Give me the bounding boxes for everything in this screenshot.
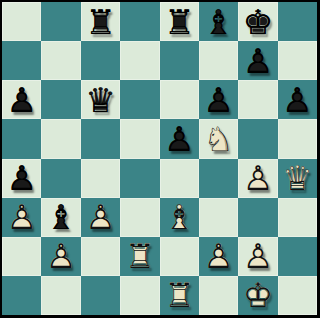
white-pawn-f2: ♟♙ <box>199 237 238 276</box>
white-pawn-c3: ♟♙ <box>81 198 120 237</box>
square-f7[interactable] <box>199 41 238 80</box>
square-b4[interactable] <box>41 159 80 198</box>
square-d3[interactable] <box>120 198 159 237</box>
white-pawn-b2: ♟♙ <box>41 237 80 276</box>
square-b1[interactable] <box>41 276 80 315</box>
black-queen-c6: ♛♕ <box>81 80 120 119</box>
square-g5[interactable] <box>238 119 277 158</box>
square-d2[interactable]: ♜♖ <box>120 237 159 276</box>
square-f2[interactable]: ♟♙ <box>199 237 238 276</box>
square-f6[interactable]: ♟♙ <box>199 80 238 119</box>
square-e3[interactable]: ♝♗ <box>160 198 199 237</box>
square-c6[interactable]: ♛♕ <box>81 80 120 119</box>
square-f8[interactable]: ♝♗ <box>199 2 238 41</box>
square-c2[interactable] <box>81 237 120 276</box>
square-f4[interactable] <box>199 159 238 198</box>
white-pawn-a3: ♟♙ <box>2 198 41 237</box>
square-d6[interactable] <box>120 80 159 119</box>
black-bishop-f8: ♝♗ <box>199 2 238 41</box>
square-a6[interactable]: ♟♙ <box>2 80 41 119</box>
square-d4[interactable] <box>120 159 159 198</box>
white-pawn-g4: ♟♙ <box>238 159 277 198</box>
square-e6[interactable] <box>160 80 199 119</box>
square-h8[interactable] <box>278 2 317 41</box>
square-h3[interactable] <box>278 198 317 237</box>
square-c5[interactable] <box>81 119 120 158</box>
square-g2[interactable]: ♟♙ <box>238 237 277 276</box>
square-g1[interactable]: ♚♔ <box>238 276 277 315</box>
square-a8[interactable] <box>2 2 41 41</box>
square-h6[interactable]: ♟♙ <box>278 80 317 119</box>
square-e1[interactable]: ♜♖ <box>160 276 199 315</box>
square-d7[interactable] <box>120 41 159 80</box>
black-pawn-a4: ♟♙ <box>2 159 41 198</box>
black-bishop-b3: ♝♗ <box>41 198 80 237</box>
square-e5[interactable]: ♟♙ <box>160 119 199 158</box>
white-rook-e1: ♜♖ <box>160 276 199 315</box>
square-a2[interactable] <box>2 237 41 276</box>
square-e8[interactable]: ♜♖ <box>160 2 199 41</box>
square-g6[interactable] <box>238 80 277 119</box>
black-rook-c8: ♜♖ <box>81 2 120 41</box>
square-b3[interactable]: ♝♗ <box>41 198 80 237</box>
white-rook-d2: ♜♖ <box>120 237 159 276</box>
square-f1[interactable] <box>199 276 238 315</box>
black-king-g8: ♚♔ <box>238 2 277 41</box>
square-h7[interactable] <box>278 41 317 80</box>
white-bishop-e3: ♝♗ <box>160 198 199 237</box>
black-pawn-f6: ♟♙ <box>199 80 238 119</box>
black-pawn-e5: ♟♙ <box>160 119 199 158</box>
white-knight-f5: ♞♘ <box>199 119 238 158</box>
square-a4[interactable]: ♟♙ <box>2 159 41 198</box>
square-e2[interactable] <box>160 237 199 276</box>
square-g3[interactable] <box>238 198 277 237</box>
square-b5[interactable] <box>41 119 80 158</box>
black-pawn-a6: ♟♙ <box>2 80 41 119</box>
square-c3[interactable]: ♟♙ <box>81 198 120 237</box>
square-b8[interactable] <box>41 2 80 41</box>
chess-diagram: ♜♖♜♖♝♗♚♔♟♙♟♙♛♕♟♙♟♙♟♙♞♘♟♙♟♙♛♕♟♙♝♗♟♙♝♗♟♙♜♖… <box>0 0 320 318</box>
white-pawn-g2: ♟♙ <box>238 237 277 276</box>
square-h2[interactable] <box>278 237 317 276</box>
square-c1[interactable] <box>81 276 120 315</box>
square-a5[interactable] <box>2 119 41 158</box>
square-h5[interactable] <box>278 119 317 158</box>
square-c8[interactable]: ♜♖ <box>81 2 120 41</box>
square-h1[interactable] <box>278 276 317 315</box>
square-e4[interactable] <box>160 159 199 198</box>
square-b7[interactable] <box>41 41 80 80</box>
square-e7[interactable] <box>160 41 199 80</box>
square-h4[interactable]: ♛♕ <box>278 159 317 198</box>
square-d5[interactable] <box>120 119 159 158</box>
chess-board: ♜♖♜♖♝♗♚♔♟♙♟♙♛♕♟♙♟♙♟♙♞♘♟♙♟♙♛♕♟♙♝♗♟♙♝♗♟♙♜♖… <box>2 2 317 315</box>
black-rook-e8: ♜♖ <box>160 2 199 41</box>
square-d1[interactable] <box>120 276 159 315</box>
square-a1[interactable] <box>2 276 41 315</box>
square-f3[interactable] <box>199 198 238 237</box>
square-c4[interactable] <box>81 159 120 198</box>
square-f5[interactable]: ♞♘ <box>199 119 238 158</box>
white-queen-h4: ♛♕ <box>278 159 317 198</box>
white-king-g1: ♚♔ <box>238 276 277 315</box>
square-g7[interactable]: ♟♙ <box>238 41 277 80</box>
square-b2[interactable]: ♟♙ <box>41 237 80 276</box>
square-g8[interactable]: ♚♔ <box>238 2 277 41</box>
square-b6[interactable] <box>41 80 80 119</box>
square-a7[interactable] <box>2 41 41 80</box>
square-c7[interactable] <box>81 41 120 80</box>
square-a3[interactable]: ♟♙ <box>2 198 41 237</box>
square-d8[interactable] <box>120 2 159 41</box>
black-pawn-h6: ♟♙ <box>278 80 317 119</box>
square-g4[interactable]: ♟♙ <box>238 159 277 198</box>
black-pawn-g7: ♟♙ <box>238 41 277 80</box>
